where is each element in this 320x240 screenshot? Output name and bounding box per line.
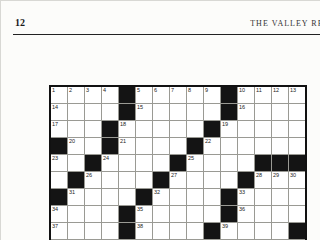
grid-cell <box>153 206 169 222</box>
grid-cell <box>204 104 220 120</box>
grid-cell: 12 <box>272 87 288 103</box>
cell-number: 39 <box>222 223 228 229</box>
grid-cell <box>238 138 254 154</box>
cell-number: 5 <box>137 87 140 93</box>
grid-cell: 1 <box>51 87 67 103</box>
grid-cell: 24 <box>102 155 118 171</box>
grid-cell: 14 <box>51 104 67 120</box>
cell-number: 19 <box>222 121 228 127</box>
header-rule <box>13 34 320 35</box>
cell-number: 30 <box>290 172 296 178</box>
grid-cell <box>170 189 186 205</box>
black-cell <box>102 121 118 137</box>
grid-cell <box>119 172 135 188</box>
black-cell <box>153 172 169 188</box>
cell-number: 37 <box>52 223 58 229</box>
grid-cell: 26 <box>85 172 101 188</box>
cell-number: 26 <box>86 172 92 178</box>
grid-cell <box>289 104 305 120</box>
grid-cell <box>68 121 84 137</box>
grid-cell: 8 <box>187 87 203 103</box>
cell-number: 1 <box>52 87 55 93</box>
cell-number: 27 <box>171 172 177 178</box>
grid-cell: 37 <box>51 223 67 239</box>
grid-cell <box>289 206 305 222</box>
grid-cell <box>187 121 203 137</box>
cell-number: 25 <box>188 155 194 161</box>
cell-number: 33 <box>239 189 245 195</box>
grid-cell <box>119 155 135 171</box>
grid-cell <box>68 223 84 239</box>
black-cell <box>136 189 152 205</box>
cell-number: 24 <box>103 155 109 161</box>
grid-cell <box>187 104 203 120</box>
grid-cell: 3 <box>85 87 101 103</box>
grid-cell <box>289 121 305 137</box>
black-cell <box>204 121 220 137</box>
black-cell <box>204 223 220 239</box>
grid-cell: 30 <box>289 172 305 188</box>
black-cell <box>221 206 237 222</box>
grid-cell: 22 <box>204 138 220 154</box>
cell-number: 28 <box>256 172 262 178</box>
black-cell <box>119 104 135 120</box>
grid-cell <box>238 223 254 239</box>
grid-cell <box>170 104 186 120</box>
grid-cell <box>272 104 288 120</box>
black-cell <box>102 138 118 154</box>
grid-cell: 34 <box>51 206 67 222</box>
masthead-line: THE VALLEY RECORD <box>1 19 320 28</box>
newspaper-page: 12 THE VALLEY RECORD Thursday, March 14,… <box>0 0 320 240</box>
cell-number: 2 <box>69 87 72 93</box>
black-cell <box>289 223 305 239</box>
grid-cell: 16 <box>238 104 254 120</box>
grid-cell <box>204 189 220 205</box>
grid-cell <box>68 155 84 171</box>
black-cell <box>221 87 237 103</box>
cell-number: 15 <box>137 104 143 110</box>
grid-cell: 33 <box>238 189 254 205</box>
grid-cell <box>85 104 101 120</box>
cell-number: 8 <box>188 87 191 93</box>
grid-cell: 32 <box>153 189 169 205</box>
cell-number: 9 <box>205 87 208 93</box>
grid-cell <box>85 138 101 154</box>
grid-cell <box>102 223 118 239</box>
cell-number: 13 <box>290 87 296 93</box>
grid-cell <box>187 206 203 222</box>
grid-cell <box>289 138 305 154</box>
black-cell <box>255 155 271 171</box>
grid-cell: 28 <box>255 172 271 188</box>
grid-cell: 21 <box>119 138 135 154</box>
grid-cell <box>136 155 152 171</box>
grid-cell <box>85 206 101 222</box>
grid-cell <box>85 121 101 137</box>
grid-cell <box>187 172 203 188</box>
cell-number: 31 <box>69 189 75 195</box>
grid-cell: 23 <box>51 155 67 171</box>
cell-number: 14 <box>52 104 58 110</box>
grid-cell: 38 <box>136 223 152 239</box>
grid-cell <box>153 121 169 137</box>
cell-number: 7 <box>171 87 174 93</box>
grid-cell <box>170 223 186 239</box>
grid-cell: 29 <box>272 172 288 188</box>
cell-number: 11 <box>256 87 262 93</box>
grid-cell <box>272 138 288 154</box>
grid-cell: 7 <box>170 87 186 103</box>
grid-cell <box>272 121 288 137</box>
black-cell <box>187 138 203 154</box>
grid-cell <box>68 104 84 120</box>
black-cell <box>51 138 67 154</box>
grid-cell: 2 <box>68 87 84 103</box>
grid-cell <box>221 172 237 188</box>
black-cell <box>221 189 237 205</box>
grid-cell: 6 <box>153 87 169 103</box>
cell-number: 17 <box>52 121 58 127</box>
grid-cell <box>255 121 271 137</box>
grid-cell: 13 <box>289 87 305 103</box>
grid-cell <box>255 104 271 120</box>
cell-number: 6 <box>154 87 157 93</box>
grid-cell <box>238 121 254 137</box>
black-cell <box>119 206 135 222</box>
grid-cell <box>272 223 288 239</box>
grid-cell: 27 <box>170 172 186 188</box>
black-cell <box>119 223 135 239</box>
cell-number: 4 <box>103 87 106 93</box>
cell-number: 21 <box>120 138 126 144</box>
grid-cell: 11 <box>255 87 271 103</box>
black-cell <box>68 172 84 188</box>
grid-cell <box>272 189 288 205</box>
cell-number: 10 <box>239 87 245 93</box>
grid-cell <box>85 223 101 239</box>
cell-number: 35 <box>137 206 143 212</box>
cell-number: 12 <box>273 87 279 93</box>
grid-cell <box>68 206 84 222</box>
grid-cell: 10 <box>238 87 254 103</box>
grid-cell: 15 <box>136 104 152 120</box>
cell-number: 38 <box>137 223 143 229</box>
grid-cell <box>255 138 271 154</box>
grid-cell <box>153 155 169 171</box>
grid-cell: 5 <box>136 87 152 103</box>
grid-cell: 17 <box>51 121 67 137</box>
grid-cell <box>170 121 186 137</box>
cell-number: 20 <box>69 138 75 144</box>
grid-cell <box>238 155 254 171</box>
grid-cell <box>102 189 118 205</box>
black-cell <box>289 155 305 171</box>
grid-cell <box>221 155 237 171</box>
grid-cell <box>102 206 118 222</box>
black-cell <box>119 87 135 103</box>
grid-cell: 39 <box>221 223 237 239</box>
grid-cell <box>289 189 305 205</box>
crossword-grid: 1234567891011121314151617181920212223242… <box>49 85 307 240</box>
grid-cell <box>204 206 220 222</box>
black-cell <box>51 189 67 205</box>
black-cell <box>272 155 288 171</box>
cell-number: 18 <box>120 121 126 127</box>
grid-cell <box>170 206 186 222</box>
cell-number: 22 <box>205 138 211 144</box>
grid-cell <box>255 189 271 205</box>
cell-number: 36 <box>239 206 245 212</box>
grid-cell <box>204 172 220 188</box>
grid-cell <box>51 172 67 188</box>
black-cell <box>170 155 186 171</box>
grid-cell <box>85 189 101 205</box>
cell-number: 34 <box>52 206 58 212</box>
cell-number: 16 <box>239 104 245 110</box>
grid-cell <box>136 172 152 188</box>
grid-cell: 18 <box>119 121 135 137</box>
cell-number: 32 <box>154 189 160 195</box>
cell-number: 29 <box>273 172 279 178</box>
cell-number: 23 <box>52 155 58 161</box>
grid-cell <box>153 223 169 239</box>
grid-cell <box>204 155 220 171</box>
grid-cell: 35 <box>136 206 152 222</box>
grid-cell <box>102 172 118 188</box>
grid-cell <box>221 138 237 154</box>
grid-cell <box>255 223 271 239</box>
grid-cell <box>255 206 271 222</box>
grid-cell: 19 <box>221 121 237 137</box>
grid-cell: 36 <box>238 206 254 222</box>
grid-cell: 20 <box>68 138 84 154</box>
grid-cell <box>187 223 203 239</box>
grid-cell: 25 <box>187 155 203 171</box>
grid-cell <box>272 206 288 222</box>
grid-cell: 4 <box>102 87 118 103</box>
black-cell <box>85 155 101 171</box>
grid-cell <box>136 138 152 154</box>
black-cell <box>238 172 254 188</box>
grid-cell <box>153 104 169 120</box>
grid-cell <box>153 138 169 154</box>
grid-cell <box>187 189 203 205</box>
grid-cell <box>170 138 186 154</box>
black-cell <box>221 104 237 120</box>
grid-cell: 31 <box>68 189 84 205</box>
cell-number: 3 <box>86 87 89 93</box>
grid-cell <box>102 104 118 120</box>
grid-cell <box>119 189 135 205</box>
grid-cell <box>136 121 152 137</box>
grid-cell: 9 <box>204 87 220 103</box>
